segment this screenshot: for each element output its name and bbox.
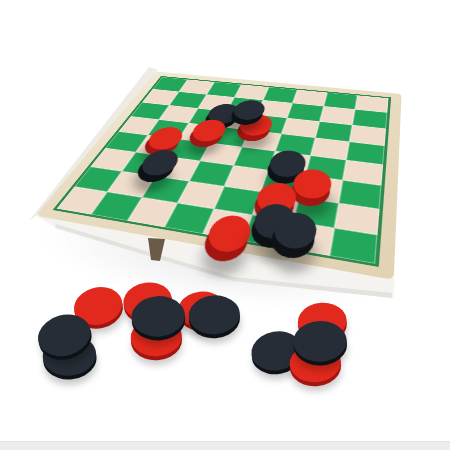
loose-checker-black[interactable]: ● bbox=[183, 284, 245, 339]
loose-checker-black[interactable]: ● bbox=[289, 309, 352, 364]
loose-checker-black[interactable]: ● bbox=[126, 283, 191, 340]
loose-pieces-area: ●●●●●●●●●●●● bbox=[0, 0, 450, 450]
checkers-product-photo: ●●●●●●●●●●●● ●●●●●●●●●●●● bbox=[0, 0, 450, 450]
